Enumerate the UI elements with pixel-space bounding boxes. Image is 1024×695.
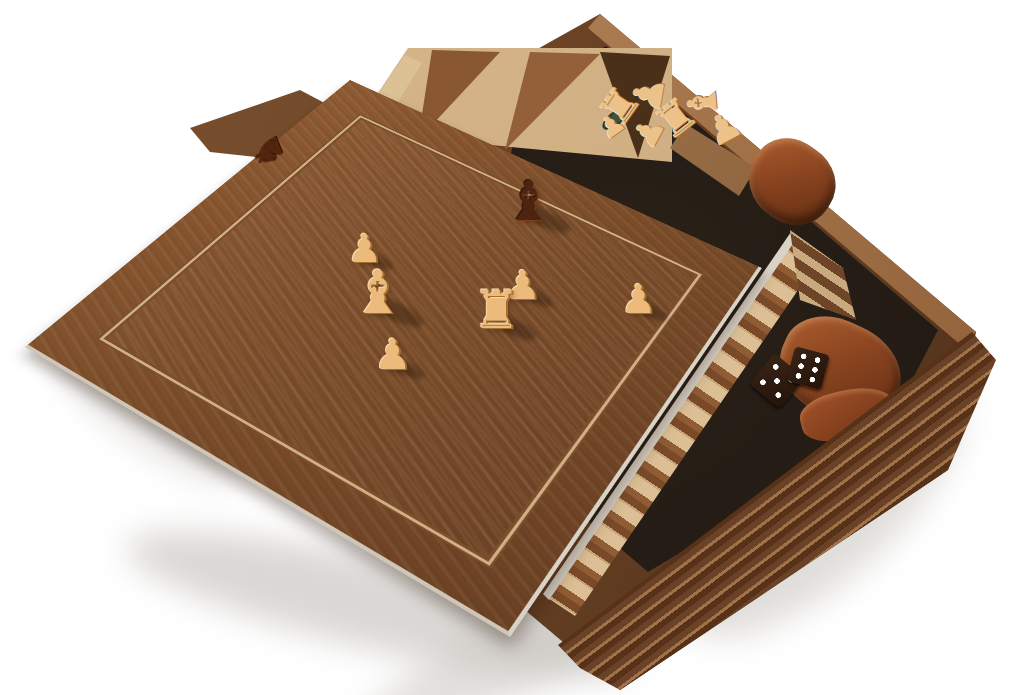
piece-black-bishop-e8[interactable]: ♝ [504, 174, 553, 229]
product-photo-scene: ♞ ♜♟♜♝♟♟♟ ♝♟♟♟♜♝♟ [0, 0, 1024, 695]
piece-white-bishop-d4[interactable]: ♝ [351, 262, 405, 322]
piece-white-pawn-h7[interactable]: ♟ [621, 279, 657, 319]
piece-white-rook-f5[interactable]: ♜ [472, 284, 520, 337]
piece-white-pawn-e3[interactable]: ♟ [374, 334, 412, 376]
